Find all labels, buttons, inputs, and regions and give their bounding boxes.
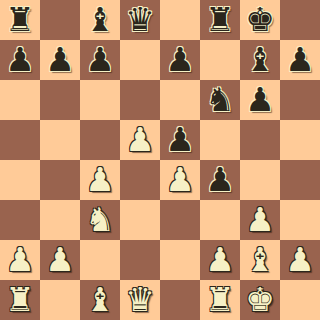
black-rook[interactable]: ♜ (205, 3, 235, 36)
square-f6[interactable]: ♞ (200, 80, 240, 120)
square-c2[interactable] (80, 240, 120, 280)
white-pawn[interactable]: ♟ (45, 243, 75, 276)
square-e4[interactable]: ♟ (160, 160, 200, 200)
square-e3[interactable] (160, 200, 200, 240)
white-pawn[interactable]: ♟ (285, 243, 315, 276)
square-e1[interactable] (160, 280, 200, 320)
square-g2[interactable]: ♝ (240, 240, 280, 280)
square-h5[interactable] (280, 120, 320, 160)
square-b5[interactable] (40, 120, 80, 160)
white-bishop[interactable]: ♝ (245, 243, 275, 276)
square-a3[interactable] (0, 200, 40, 240)
square-g3[interactable]: ♟ (240, 200, 280, 240)
square-g7[interactable]: ♝ (240, 40, 280, 80)
square-e2[interactable] (160, 240, 200, 280)
white-pawn[interactable]: ♟ (85, 163, 115, 196)
chess-board: ♜♝♛♜♚♟♟♟♟♝♟♞♟♟♟♟♟♟♞♟♟♟♟♝♟♜♝♛♜♚ (0, 0, 320, 320)
square-c3[interactable]: ♞ (80, 200, 120, 240)
square-g6[interactable]: ♟ (240, 80, 280, 120)
square-d6[interactable] (120, 80, 160, 120)
square-g8[interactable]: ♚ (240, 0, 280, 40)
white-pawn[interactable]: ♟ (205, 243, 235, 276)
square-d2[interactable] (120, 240, 160, 280)
white-pawn[interactable]: ♟ (165, 163, 195, 196)
square-c5[interactable] (80, 120, 120, 160)
square-e6[interactable] (160, 80, 200, 120)
square-h2[interactable]: ♟ (280, 240, 320, 280)
square-c1[interactable]: ♝ (80, 280, 120, 320)
black-king[interactable]: ♚ (245, 3, 275, 36)
square-e8[interactable] (160, 0, 200, 40)
square-g5[interactable] (240, 120, 280, 160)
black-pawn[interactable]: ♟ (285, 43, 315, 76)
white-knight[interactable]: ♞ (85, 203, 115, 236)
black-pawn[interactable]: ♟ (165, 123, 195, 156)
square-h6[interactable] (280, 80, 320, 120)
black-pawn[interactable]: ♟ (245, 83, 275, 116)
square-b1[interactable] (40, 280, 80, 320)
white-pawn[interactable]: ♟ (125, 123, 155, 156)
square-f1[interactable]: ♜ (200, 280, 240, 320)
square-b2[interactable]: ♟ (40, 240, 80, 280)
square-b7[interactable]: ♟ (40, 40, 80, 80)
square-b3[interactable] (40, 200, 80, 240)
square-f3[interactable] (200, 200, 240, 240)
square-f7[interactable] (200, 40, 240, 80)
black-pawn[interactable]: ♟ (165, 43, 195, 76)
square-d7[interactable] (120, 40, 160, 80)
white-queen[interactable]: ♛ (125, 283, 155, 316)
black-rook[interactable]: ♜ (5, 3, 35, 36)
square-e7[interactable]: ♟ (160, 40, 200, 80)
black-knight[interactable]: ♞ (205, 83, 235, 116)
white-pawn[interactable]: ♟ (5, 243, 35, 276)
black-pawn[interactable]: ♟ (205, 163, 235, 196)
square-a2[interactable]: ♟ (0, 240, 40, 280)
square-b6[interactable] (40, 80, 80, 120)
square-h3[interactable] (280, 200, 320, 240)
white-rook[interactable]: ♜ (205, 283, 235, 316)
square-f4[interactable]: ♟ (200, 160, 240, 200)
square-a8[interactable]: ♜ (0, 0, 40, 40)
square-h4[interactable] (280, 160, 320, 200)
square-h8[interactable] (280, 0, 320, 40)
square-a4[interactable] (0, 160, 40, 200)
square-a7[interactable]: ♟ (0, 40, 40, 80)
black-bishop[interactable]: ♝ (245, 43, 275, 76)
square-a6[interactable] (0, 80, 40, 120)
square-d1[interactable]: ♛ (120, 280, 160, 320)
square-f8[interactable]: ♜ (200, 0, 240, 40)
square-c7[interactable]: ♟ (80, 40, 120, 80)
square-d3[interactable] (120, 200, 160, 240)
white-bishop[interactable]: ♝ (85, 283, 115, 316)
square-h1[interactable] (280, 280, 320, 320)
square-f2[interactable]: ♟ (200, 240, 240, 280)
square-f5[interactable] (200, 120, 240, 160)
square-g1[interactable]: ♚ (240, 280, 280, 320)
square-h7[interactable]: ♟ (280, 40, 320, 80)
square-a1[interactable]: ♜ (0, 280, 40, 320)
square-d4[interactable] (120, 160, 160, 200)
black-bishop[interactable]: ♝ (85, 3, 115, 36)
square-c6[interactable] (80, 80, 120, 120)
white-pawn[interactable]: ♟ (245, 203, 275, 236)
square-b4[interactable] (40, 160, 80, 200)
square-b8[interactable] (40, 0, 80, 40)
square-d5[interactable]: ♟ (120, 120, 160, 160)
white-king[interactable]: ♚ (245, 283, 275, 316)
square-d8[interactable]: ♛ (120, 0, 160, 40)
square-c4[interactable]: ♟ (80, 160, 120, 200)
square-e5[interactable]: ♟ (160, 120, 200, 160)
white-rook[interactable]: ♜ (5, 283, 35, 316)
square-a5[interactable] (0, 120, 40, 160)
black-pawn[interactable]: ♟ (5, 43, 35, 76)
black-pawn[interactable]: ♟ (45, 43, 75, 76)
black-pawn[interactable]: ♟ (85, 43, 115, 76)
square-c8[interactable]: ♝ (80, 0, 120, 40)
square-g4[interactable] (240, 160, 280, 200)
black-queen[interactable]: ♛ (125, 3, 155, 36)
